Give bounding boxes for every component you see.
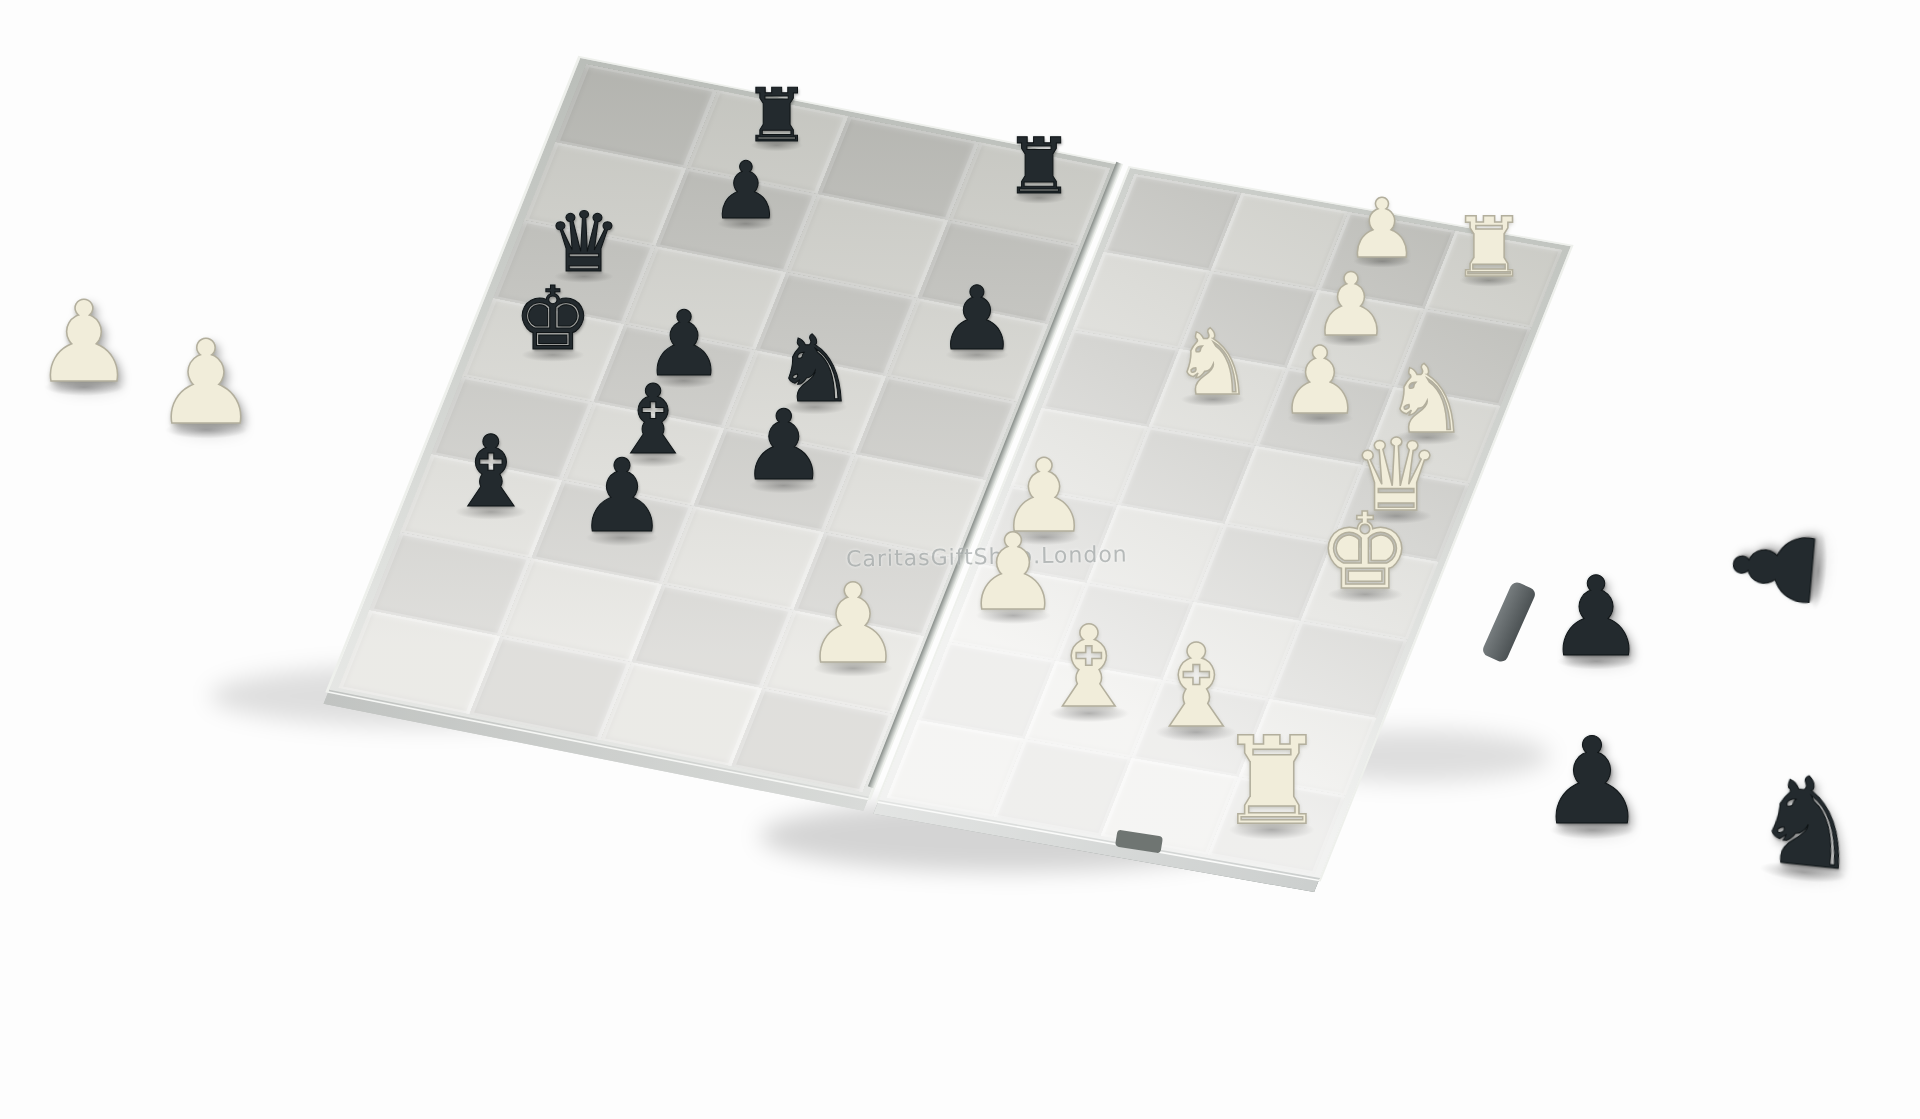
captured-black-pawn: ♟ [1547, 562, 1646, 672]
captured-white-pawn: ♟ [34, 286, 134, 398]
piece-black-pawn-d6: ♟ [741, 397, 828, 494]
product-photo-chess-set: CaritasGiftShop.London ♝♚♛♟♝♟♟♜♟♞♟♜♟♟♟♝♞… [0, 0, 1920, 1119]
piece-white-rook-a1: ♜ [1218, 720, 1326, 841]
captured-white-pawn: ♟ [154, 325, 258, 441]
piece-white-rook-h1: ♜ [1452, 205, 1526, 288]
piece-black-bishop-c8: ♝ [447, 422, 536, 521]
captured-black-pawn: ♟ [1538, 722, 1646, 842]
piece-black-rook-h7: ♜ [744, 78, 810, 152]
board-clasp [1481, 580, 1537, 664]
piece-black-king-e8: ♚ [514, 275, 593, 363]
piece-black-pawn-c7: ♟ [577, 446, 668, 547]
piece-white-pawn-f2: ♟ [1278, 334, 1361, 427]
piece-white-knight-f3: ♞ [1172, 317, 1254, 408]
piece-black-pawn-g7: ♟ [711, 152, 782, 231]
captured-black-knight: ♞ [1747, 757, 1869, 890]
piece-black-rook-h5: ♜ [1004, 128, 1073, 205]
piece-white-bishop-b3: ♝ [1038, 611, 1139, 724]
piece-black-pawn-f5: ♟ [938, 275, 1017, 363]
piece-white-king-d1: ♚ [1318, 499, 1412, 604]
captured-black-pawn-lying: ♟ [1717, 515, 1833, 621]
piece-white-pawn-b5: ♟ [804, 569, 903, 679]
